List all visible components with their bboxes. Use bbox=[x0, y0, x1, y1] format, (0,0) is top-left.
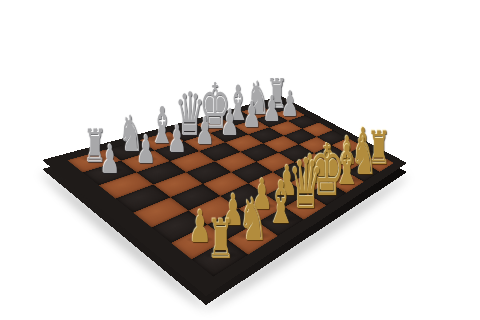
chess-board bbox=[42, 96, 407, 296]
chess-set-photo: ♜♞♝♛♚♝♞♜♟♟♟♟♟♟♟♟♟♟♟♟♟♟♟♟♜♞♝♛♚♝♞♜ bbox=[0, 0, 480, 320]
